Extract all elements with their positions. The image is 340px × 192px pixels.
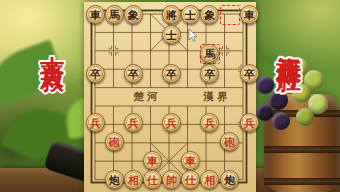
piece-character: 砲 (224, 136, 235, 147)
piece-character: 相 (128, 174, 139, 185)
right-caption-text: 旗开得胜 (272, 36, 305, 52)
piece-black-炮[interactable]: 炮 (105, 170, 124, 189)
piece-character: 車 (185, 155, 196, 166)
piece-character: 兵 (244, 117, 255, 128)
piece-red-帥[interactable]: 帥 (162, 170, 181, 189)
piece-character: 象 (204, 10, 215, 21)
board-point: 相 (200, 170, 220, 189)
board-point: 兵 (240, 113, 259, 132)
piece-black-卒[interactable]: 卒 (162, 64, 181, 83)
piece-character: 相 (204, 174, 215, 185)
piece-character: 車 (147, 155, 158, 166)
piece-red-兵[interactable]: 兵 (162, 113, 181, 132)
piece-character: 兵 (128, 117, 139, 128)
last-move-marker (220, 5, 240, 25)
piece-character: 兵 (90, 117, 101, 128)
piece-red-兵[interactable]: 兵 (124, 113, 143, 132)
piece-black-卒[interactable]: 卒 (240, 64, 259, 83)
piece-character: 士 (185, 10, 196, 21)
board-intersection-grid: 車馬象將士象車士馬卒卒卒卒卒兵兵兵兵兵砲砲車車炮相仕帥仕相炮 (86, 5, 253, 189)
barrel-hoop (264, 146, 340, 153)
piece-character: 砲 (109, 136, 120, 147)
board-point: 仕 (143, 170, 162, 189)
piece-character: 卒 (244, 68, 255, 79)
board-point: 將 (162, 5, 181, 25)
board-point: 砲 (220, 132, 240, 151)
piece-character: 兵 (204, 117, 215, 128)
piece-red-車[interactable]: 車 (181, 151, 200, 170)
piece-character: 卒 (204, 68, 215, 79)
piece-character: 將 (166, 10, 177, 21)
piece-character: 士 (166, 29, 177, 40)
last-move-marker-frame (220, 5, 240, 25)
board-point: 馬 (105, 5, 124, 25)
board-point: 卒 (124, 64, 143, 83)
piece-character: 馬 (204, 49, 215, 60)
board-point: 士 (181, 5, 200, 25)
piece-character: 帥 (166, 174, 177, 185)
piece-character: 車 (244, 10, 255, 21)
piece-character: 馬 (109, 10, 120, 21)
piece-red-砲[interactable]: 砲 (220, 132, 239, 151)
board-point: 士 (162, 25, 181, 44)
left-caption-text: 古普大叔 (36, 36, 68, 52)
board-point: 兵 (200, 113, 220, 132)
piece-black-炮[interactable]: 炮 (220, 170, 239, 189)
piece-character: 象 (128, 10, 139, 21)
board-point: 炮 (105, 170, 124, 189)
board-point: 象 (124, 5, 143, 25)
piece-black-卒[interactable]: 卒 (200, 64, 219, 83)
piece-black-士[interactable]: 士 (181, 5, 200, 24)
piece-character: 仕 (147, 174, 158, 185)
board-point: 車 (86, 5, 105, 25)
piece-red-砲[interactable]: 砲 (105, 132, 124, 151)
grape (272, 112, 290, 130)
board-point: 兵 (86, 113, 105, 132)
board-point: 相 (124, 170, 143, 189)
piece-character: 炮 (224, 174, 235, 185)
piece-character: 仕 (185, 174, 196, 185)
thumbnail-scene: 古普大叔 旗开得胜 楚河 漢界 車馬象將士象車士馬卒卒卒卒卒兵兵兵兵兵砲砲車車炮… (0, 0, 340, 192)
piece-red-相[interactable]: 相 (124, 170, 143, 189)
barrel-hoop (264, 178, 340, 185)
piece-red-兵[interactable]: 兵 (200, 113, 219, 132)
board-point: 象 (200, 5, 220, 25)
piece-red-兵[interactable]: 兵 (240, 113, 259, 132)
grape (296, 108, 314, 126)
piece-black-車[interactable]: 車 (86, 5, 105, 24)
piece-black-將[interactable]: 將 (162, 5, 181, 24)
piece-character: 炮 (109, 174, 120, 185)
piece-black-卒[interactable]: 卒 (124, 64, 143, 83)
piece-red-兵[interactable]: 兵 (86, 113, 105, 132)
piece-red-仕[interactable]: 仕 (181, 170, 200, 189)
piece-character: 卒 (90, 68, 101, 79)
piece-black-車[interactable]: 車 (240, 5, 259, 24)
xiangqi-board[interactable]: 楚河 漢界 車馬象將士象車士馬卒卒卒卒卒兵兵兵兵兵砲砲車車炮相仕帥仕相炮 (84, 2, 256, 192)
board-point: 卒 (240, 64, 259, 83)
piece-black-象[interactable]: 象 (124, 5, 143, 24)
mouse-cursor-icon (188, 29, 198, 42)
piece-black-卒[interactable]: 卒 (86, 64, 105, 83)
piece-character: 兵 (166, 117, 177, 128)
board-point: 兵 (124, 113, 143, 132)
board-point: 車 (181, 151, 200, 170)
board-point: 兵 (162, 113, 181, 132)
board-point: 卒 (86, 64, 105, 83)
piece-black-馬[interactable]: 馬 (105, 5, 124, 24)
piece-red-車[interactable]: 車 (143, 151, 162, 170)
board-point: 卒 (162, 64, 181, 83)
piece-black-士[interactable]: 士 (162, 25, 181, 44)
piece-character: 車 (90, 10, 101, 21)
board-point: 車 (143, 151, 162, 170)
board-point: 帥 (162, 170, 181, 189)
piece-character: 卒 (128, 68, 139, 79)
piece-red-相[interactable]: 相 (200, 170, 219, 189)
piece-black-象[interactable]: 象 (200, 5, 219, 24)
board-point: 車 (240, 5, 259, 25)
board-point: 砲 (105, 132, 124, 151)
board-point: 仕 (181, 170, 200, 189)
piece-character: 卒 (166, 68, 177, 79)
board-point: 炮 (220, 170, 240, 189)
piece-red-仕[interactable]: 仕 (143, 170, 162, 189)
board-point: 卒 (200, 64, 220, 83)
